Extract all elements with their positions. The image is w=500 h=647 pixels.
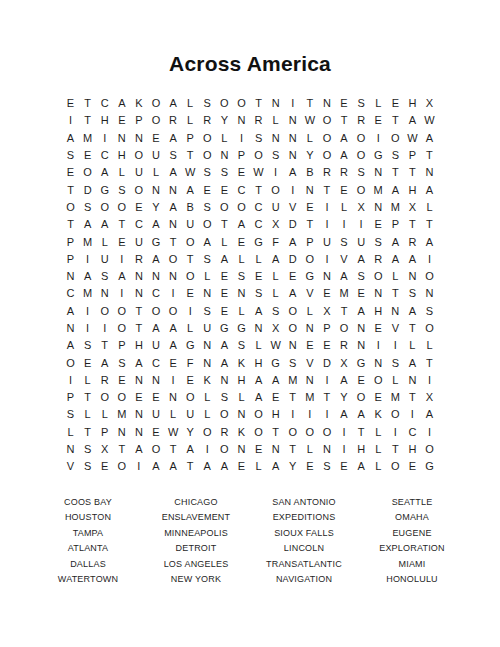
- grid-cell: X: [335, 354, 352, 371]
- grid-cell: R: [250, 112, 267, 129]
- grid-cell: S: [353, 95, 370, 112]
- grid-cell: O: [182, 233, 199, 250]
- grid-cell: T: [113, 441, 130, 458]
- grid-cell: O: [301, 251, 318, 268]
- grid-cell: L: [96, 233, 113, 250]
- grid-cell: L: [233, 251, 250, 268]
- grid-cell: H: [404, 95, 421, 112]
- grid-cell: G: [96, 181, 113, 198]
- grid-cell: G: [216, 320, 233, 337]
- grid-cell: L: [370, 441, 387, 458]
- grid-cell: N: [250, 320, 267, 337]
- grid-cell: S: [199, 303, 216, 320]
- grid-cell: S: [96, 268, 113, 285]
- grid-cell: T: [335, 112, 352, 129]
- grid-cell: I: [284, 406, 301, 423]
- grid-cell: N: [62, 268, 79, 285]
- grid-cell: L: [199, 389, 216, 406]
- grid-cell: A: [387, 251, 404, 268]
- grid-cell: A: [353, 458, 370, 475]
- grid-cell: C: [250, 199, 267, 216]
- grid-cell: S: [318, 458, 335, 475]
- grid-cell: O: [318, 147, 335, 164]
- grid-cell: O: [216, 95, 233, 112]
- word-list-item: NEW YORK: [142, 572, 250, 588]
- grid-cell: N: [284, 130, 301, 147]
- word-list-item: SIOUX FALLS: [250, 526, 358, 542]
- grid-cell: G: [353, 354, 370, 371]
- word-list-item: HONOLULU: [358, 572, 466, 588]
- grid-cell: A: [165, 458, 182, 475]
- grid-cell: A: [113, 95, 130, 112]
- grid-cell: I: [387, 424, 404, 441]
- grid-cell: A: [130, 354, 147, 371]
- grid-cell: T: [387, 112, 404, 129]
- grid-cell: O: [233, 95, 250, 112]
- grid-cell: N: [284, 112, 301, 129]
- grid-cell: S: [199, 164, 216, 181]
- grid-cell: I: [318, 372, 335, 389]
- grid-cell: N: [370, 285, 387, 302]
- grid-cell: I: [233, 130, 250, 147]
- grid-cell: A: [335, 372, 352, 389]
- grid-cell: H: [130, 337, 147, 354]
- grid-cell: P: [96, 424, 113, 441]
- grid-cell: K: [233, 354, 250, 371]
- grid-cell: E: [199, 181, 216, 198]
- grid-cell: E: [165, 354, 182, 371]
- grid-cell: I: [335, 216, 352, 233]
- grid-cell: L: [79, 406, 96, 423]
- grid-cell: N: [267, 95, 284, 112]
- grid-cell: T: [130, 320, 147, 337]
- grid-cell: H: [404, 441, 421, 458]
- grid-cell: O: [421, 320, 438, 337]
- grid-cell: A: [267, 251, 284, 268]
- grid-cell: D: [284, 216, 301, 233]
- grid-cell: W: [421, 112, 438, 129]
- grid-cell: O: [62, 354, 79, 371]
- grid-cell: X: [96, 441, 113, 458]
- grid-cell: A: [96, 164, 113, 181]
- grid-cell: O: [335, 320, 352, 337]
- grid-cell: O: [284, 424, 301, 441]
- grid-cell: E: [250, 441, 267, 458]
- grid-cell: N: [130, 406, 147, 423]
- grid-cell: O: [113, 389, 130, 406]
- grid-cell: O: [387, 406, 404, 423]
- grid-cell: L: [421, 337, 438, 354]
- grid-cell: O: [353, 389, 370, 406]
- grid-cell: L: [199, 268, 216, 285]
- grid-cell: E: [79, 354, 96, 371]
- grid-cell: A: [165, 130, 182, 147]
- grid-cell: A: [267, 458, 284, 475]
- grid-cell: M: [113, 406, 130, 423]
- grid-cell: O: [96, 303, 113, 320]
- grid-cell: E: [130, 199, 147, 216]
- grid-cell: P: [182, 130, 199, 147]
- word-list-item: TAMPA: [34, 526, 142, 542]
- grid-cell: E: [387, 95, 404, 112]
- grid-cell: T: [79, 389, 96, 406]
- grid-cell: O: [353, 130, 370, 147]
- grid-cell: H: [370, 303, 387, 320]
- grid-cell: O: [421, 441, 438, 458]
- grid-cell: X: [421, 389, 438, 406]
- grid-cell: H: [250, 354, 267, 371]
- grid-cell: T: [301, 216, 318, 233]
- grid-cell: A: [353, 406, 370, 423]
- grid-cell: K: [199, 372, 216, 389]
- grid-cell: L: [216, 233, 233, 250]
- grid-cell: G: [233, 320, 250, 337]
- grid-cell: L: [79, 372, 96, 389]
- grid-cell: I: [284, 181, 301, 198]
- grid-cell: S: [233, 337, 250, 354]
- grid-cell: L: [250, 458, 267, 475]
- grid-cell: G: [301, 268, 318, 285]
- grid-cell: E: [113, 112, 130, 129]
- grid-cell: R: [404, 233, 421, 250]
- grid-cell: Y: [301, 147, 318, 164]
- grid-cell: V: [62, 458, 79, 475]
- grid-cell: E: [318, 337, 335, 354]
- grid-cell: A: [96, 354, 113, 371]
- grid-cell: I: [182, 303, 199, 320]
- grid-cell: D: [318, 354, 335, 371]
- grid-cell: M: [79, 233, 96, 250]
- word-list-item: LOS ANGELES: [142, 557, 250, 573]
- grid-cell: C: [130, 216, 147, 233]
- grid-cell: G: [267, 354, 284, 371]
- grid-cell: A: [165, 199, 182, 216]
- grid-cell: N: [233, 285, 250, 302]
- word-list-item: HOUSTON: [34, 510, 142, 526]
- grid-cell: H: [96, 112, 113, 129]
- grid-cell: T: [387, 164, 404, 181]
- grid-cell: S: [199, 251, 216, 268]
- grid-cell: X: [267, 320, 284, 337]
- grid-cell: Y: [284, 458, 301, 475]
- grid-cell: A: [147, 251, 164, 268]
- grid-cell: T: [318, 181, 335, 198]
- grid-cell: O: [370, 372, 387, 389]
- grid-cell: T: [250, 95, 267, 112]
- grid-cell: A: [182, 181, 199, 198]
- grid-cell: A: [335, 147, 352, 164]
- grid-cell: N: [318, 441, 335, 458]
- grid-cell: S: [199, 199, 216, 216]
- grid-cell: H: [353, 441, 370, 458]
- grid-cell: O: [147, 441, 164, 458]
- word-list-item: DETROIT: [142, 541, 250, 557]
- grid-cell: T: [404, 164, 421, 181]
- grid-cell: N: [233, 112, 250, 129]
- grid-cell: N: [130, 285, 147, 302]
- grid-cell: T: [335, 303, 352, 320]
- grid-cell: E: [233, 458, 250, 475]
- grid-cell: C: [233, 181, 250, 198]
- grid-cell: A: [182, 441, 199, 458]
- grid-cell: S: [387, 354, 404, 371]
- grid-cell: S: [79, 458, 96, 475]
- grid-cell: M: [335, 285, 352, 302]
- grid-cell: P: [113, 337, 130, 354]
- grid-cell: N: [199, 337, 216, 354]
- grid-cell: S: [113, 354, 130, 371]
- grid-cell: T: [182, 251, 199, 268]
- grid-cell: S: [250, 285, 267, 302]
- grid-cell: O: [318, 424, 335, 441]
- grid-cell: O: [113, 458, 130, 475]
- grid-cell: G: [182, 337, 199, 354]
- grid-cell: C: [250, 216, 267, 233]
- grid-cell: E: [267, 389, 284, 406]
- grid-cell: T: [353, 424, 370, 441]
- grid-cell: T: [267, 424, 284, 441]
- grid-cell: E: [130, 389, 147, 406]
- grid-cell: E: [370, 320, 387, 337]
- grid-cell: N: [113, 424, 130, 441]
- grid-cell: E: [216, 181, 233, 198]
- grid-cell: A: [147, 216, 164, 233]
- grid-cell: E: [113, 372, 130, 389]
- grid-cell: S: [165, 147, 182, 164]
- grid-cell: I: [165, 285, 182, 302]
- grid-cell: R: [335, 337, 352, 354]
- grid-cell: I: [96, 320, 113, 337]
- grid-cell: T: [182, 458, 199, 475]
- grid-cell: A: [284, 285, 301, 302]
- grid-cell: A: [421, 233, 438, 250]
- grid-cell: N: [199, 354, 216, 371]
- grid-cell: O: [318, 112, 335, 129]
- grid-cell: A: [62, 303, 79, 320]
- grid-cell: T: [404, 389, 421, 406]
- grid-cell: T: [318, 389, 335, 406]
- grid-cell: U: [96, 251, 113, 268]
- grid-cell: L: [404, 337, 421, 354]
- grid-cell: T: [421, 354, 438, 371]
- grid-cell: I: [421, 424, 438, 441]
- grid-cell: I: [199, 441, 216, 458]
- grid-cell: V: [335, 251, 352, 268]
- grid-cell: A: [267, 372, 284, 389]
- grid-cell: V: [301, 354, 318, 371]
- grid-cell: P: [130, 112, 147, 129]
- grid-cell: I: [113, 285, 130, 302]
- grid-cell: T: [182, 147, 199, 164]
- grid-cell: O: [216, 441, 233, 458]
- grid-cell: O: [165, 303, 182, 320]
- grid-cell: S: [79, 199, 96, 216]
- grid-cell: I: [421, 372, 438, 389]
- grid-cell: T: [79, 424, 96, 441]
- grid-cell: T: [421, 147, 438, 164]
- grid-cell: L: [267, 268, 284, 285]
- grid-cell: L: [182, 95, 199, 112]
- grid-cell: E: [147, 130, 164, 147]
- grid-cell: R: [199, 112, 216, 129]
- grid-cell: O: [318, 130, 335, 147]
- grid-cell: E: [79, 147, 96, 164]
- grid-cell: O: [182, 268, 199, 285]
- grid-cell: A: [284, 233, 301, 250]
- grid-cell: K: [233, 424, 250, 441]
- word-list-item: OMAHA: [358, 510, 466, 526]
- grid-cell: E: [353, 285, 370, 302]
- word-list: COOS BAYCHICAGOSAN ANTONIOSEATTLEHOUSTON…: [0, 495, 500, 588]
- grid-cell: T: [284, 389, 301, 406]
- grid-cell: T: [62, 181, 79, 198]
- grid-cell: E: [62, 95, 79, 112]
- grid-cell: G: [370, 147, 387, 164]
- grid-cell: P: [387, 216, 404, 233]
- grid-cell: N: [301, 320, 318, 337]
- grid-cell: U: [182, 406, 199, 423]
- word-list-item: SAN ANTONIO: [250, 495, 358, 511]
- grid-cell: F: [267, 233, 284, 250]
- grid-cell: I: [267, 164, 284, 181]
- word-list-item: MINNEAPOLIS: [142, 526, 250, 542]
- grid-cell: N: [233, 406, 250, 423]
- grid-cell: N: [130, 424, 147, 441]
- grid-cell: E: [335, 181, 352, 198]
- grid-cell: O: [216, 199, 233, 216]
- word-search-grid: ETCAKOALSOOTNITNESLEHXITHEPORLRYNRLNWOTR…: [0, 95, 500, 476]
- grid-cell: N: [233, 441, 250, 458]
- word-list-item: ATLANTA: [34, 541, 142, 557]
- grid-cell: E: [404, 458, 421, 475]
- grid-cell: N: [147, 268, 164, 285]
- grid-cell: A: [284, 164, 301, 181]
- grid-cell: A: [79, 216, 96, 233]
- grid-cell: P: [301, 233, 318, 250]
- grid-cell: O: [267, 181, 284, 198]
- grid-cell: V: [284, 199, 301, 216]
- grid-cell: L: [387, 372, 404, 389]
- word-list-item: COOS BAY: [34, 495, 142, 511]
- grid-cell: N: [62, 320, 79, 337]
- grid-cell: E: [233, 164, 250, 181]
- grid-cell: L: [370, 424, 387, 441]
- grid-cell: S: [267, 147, 284, 164]
- grid-cell: E: [216, 285, 233, 302]
- grid-cell: N: [96, 285, 113, 302]
- grid-cell: N: [165, 181, 182, 198]
- grid-cell: N: [165, 216, 182, 233]
- grid-cell: E: [318, 285, 335, 302]
- grid-cell: A: [404, 112, 421, 129]
- grid-cell: L: [301, 130, 318, 147]
- word-list-item: ENSLAVEMENT: [142, 510, 250, 526]
- grid-cell: O: [130, 181, 147, 198]
- grid-cell: E: [370, 216, 387, 233]
- grid-cell: G: [147, 233, 164, 250]
- grid-cell: L: [62, 424, 79, 441]
- grid-cell: N: [267, 130, 284, 147]
- grid-cell: S: [250, 130, 267, 147]
- grid-cell: U: [199, 320, 216, 337]
- grid-cell: A: [421, 130, 438, 147]
- grid-cell: A: [404, 354, 421, 371]
- grid-cell: N: [147, 181, 164, 198]
- grid-cell: A: [216, 354, 233, 371]
- grid-cell: F: [182, 354, 199, 371]
- grid-cell: A: [250, 303, 267, 320]
- grid-cell: O: [147, 303, 164, 320]
- grid-cell: O: [199, 424, 216, 441]
- grid-cell: L: [267, 112, 284, 129]
- grid-cell: U: [147, 147, 164, 164]
- grid-cell: N: [284, 337, 301, 354]
- grid-cell: A: [62, 337, 79, 354]
- grid-cell: M: [79, 285, 96, 302]
- grid-cell: E: [353, 372, 370, 389]
- grid-cell: I: [284, 95, 301, 112]
- grid-cell: Y: [335, 389, 352, 406]
- grid-cell: N: [387, 303, 404, 320]
- grid-cell: A: [165, 95, 182, 112]
- grid-cell: I: [318, 251, 335, 268]
- grid-cell: A: [421, 406, 438, 423]
- grid-cell: C: [96, 95, 113, 112]
- word-list-item: MIAMI: [358, 557, 466, 573]
- grid-cell: L: [370, 458, 387, 475]
- grid-cell: X: [318, 303, 335, 320]
- grid-cell: L: [96, 406, 113, 423]
- grid-cell: Y: [147, 199, 164, 216]
- word-list-item: EXPEDITIONS: [250, 510, 358, 526]
- grid-cell: R: [96, 372, 113, 389]
- grid-cell: E: [62, 164, 79, 181]
- grid-cell: K: [130, 95, 147, 112]
- puzzle-title: Across America: [0, 0, 500, 76]
- grid-cell: N: [62, 441, 79, 458]
- grid-cell: I: [404, 406, 421, 423]
- grid-cell: T: [387, 285, 404, 302]
- grid-cell: M: [301, 389, 318, 406]
- grid-cell: W: [182, 164, 199, 181]
- grid-cell: A: [250, 372, 267, 389]
- grid-cell: E: [370, 389, 387, 406]
- grid-cell: T: [404, 320, 421, 337]
- grid-cell: X: [267, 216, 284, 233]
- grid-cell: O: [387, 458, 404, 475]
- grid-cell: I: [301, 406, 318, 423]
- grid-cell: B: [301, 164, 318, 181]
- grid-cell: I: [165, 372, 182, 389]
- grid-cell: O: [233, 199, 250, 216]
- grid-cell: G: [421, 458, 438, 475]
- grid-cell: E: [216, 268, 233, 285]
- grid-cell: N: [318, 268, 335, 285]
- grid-cell: O: [165, 251, 182, 268]
- grid-cell: E: [284, 268, 301, 285]
- grid-cell: N: [421, 285, 438, 302]
- grid-cell: C: [147, 285, 164, 302]
- grid-cell: H: [113, 147, 130, 164]
- grid-cell: S: [79, 441, 96, 458]
- grid-cell: M: [387, 389, 404, 406]
- grid-cell: I: [130, 458, 147, 475]
- grid-cell: N: [370, 164, 387, 181]
- grid-cell: I: [370, 337, 387, 354]
- grid-cell: O: [370, 268, 387, 285]
- grid-cell: L: [267, 285, 284, 302]
- grid-cell: O: [96, 199, 113, 216]
